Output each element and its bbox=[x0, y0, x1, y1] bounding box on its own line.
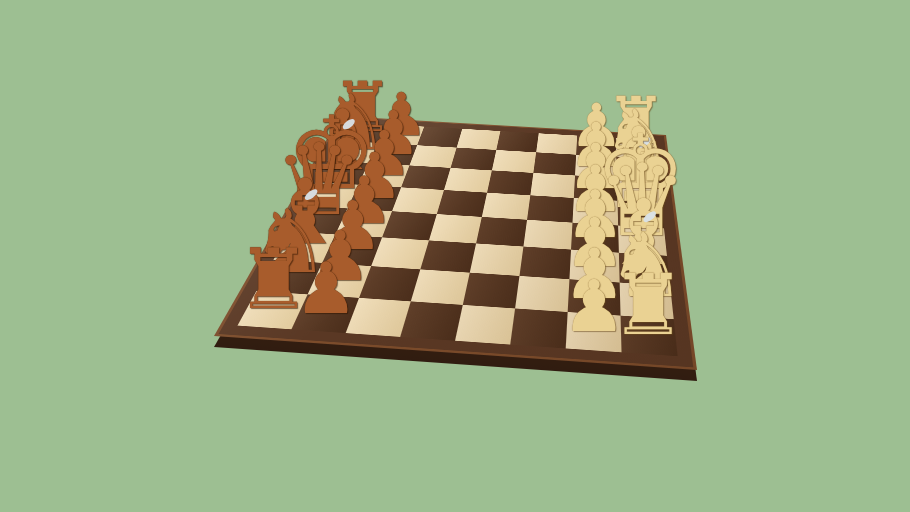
viewport-3d[interactable]: ♜♞♝♛♚♝♞♜♟♟♟♟♟♟♟♟♟♟♟♟♟♟♟♟♜♞♝♛♚♝♞♜ bbox=[0, 0, 910, 512]
pieces-layer: ♜♞♝♛♚♝♞♜♟♟♟♟♟♟♟♟♟♟♟♟♟♟♟♟♜♞♝♛♚♝♞♜ bbox=[0, 0, 910, 512]
dark-pawn-icon-a7: ♟ bbox=[294, 253, 358, 324]
light-rook-icon-a1: ♜ bbox=[611, 262, 686, 346]
